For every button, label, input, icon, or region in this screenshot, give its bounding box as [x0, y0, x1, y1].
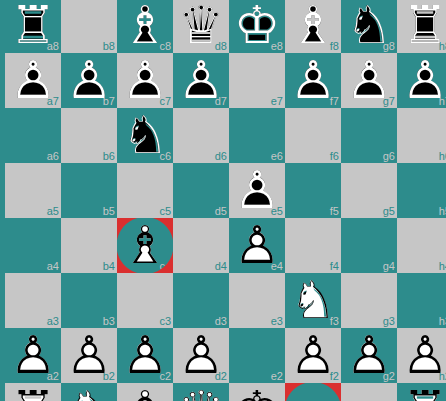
square-d1[interactable]: d1♛♕ [173, 383, 229, 401]
piece-outline-glyph: ♙ [285, 53, 341, 108]
square-a1[interactable]: a1♜♖ [5, 383, 61, 401]
black-rook[interactable]: ♜♖ [397, 0, 446, 53]
square-coordinate-label: d5 [215, 206, 227, 217]
square-b1[interactable]: b1♞♘ [61, 383, 117, 401]
piece-outline-glyph: ♙ [341, 53, 397, 108]
piece-outline-glyph: ♙ [229, 163, 285, 218]
square-f7[interactable]: f7♟♙ [285, 53, 341, 108]
white-pawn[interactable]: ♟♙ [117, 328, 173, 383]
square-a6[interactable]: a6 [5, 108, 61, 163]
piece-outline-glyph: ♙ [61, 53, 117, 108]
piece-outline-glyph: ♙ [117, 328, 173, 383]
piece-outline-glyph: ♙ [397, 328, 446, 383]
piece-outline-glyph: ♕ [173, 383, 229, 401]
square-coordinate-label: a6 [47, 151, 59, 162]
square-f3[interactable]: f3♞♘ [285, 273, 341, 328]
square-coordinate-label: h5 [439, 206, 446, 217]
square-e8[interactable]: e8♚♔ [229, 0, 285, 53]
square-coordinate-label: e7 [271, 96, 283, 107]
piece-outline-glyph: ♘ [61, 383, 117, 401]
piece-outline-glyph: ♔ [229, 0, 285, 53]
piece-outline-glyph: ♙ [5, 53, 61, 108]
square-coordinate-label: a5 [47, 206, 59, 217]
piece-outline-glyph: ♖ [397, 0, 446, 53]
piece-outline-glyph: ♙ [285, 328, 341, 383]
square-h7[interactable]: h7♟♙ [397, 53, 446, 108]
square-f5[interactable]: f5 [285, 163, 341, 218]
white-pawn[interactable]: ♟♙ [285, 328, 341, 383]
square-h1[interactable]: h1♜♖ [397, 383, 446, 401]
piece-outline-glyph: ♙ [5, 328, 61, 383]
square-b4[interactable]: b4 [61, 218, 117, 273]
black-pawn[interactable]: ♟♙ [117, 53, 173, 108]
square-d7[interactable]: d7♟♙ [173, 53, 229, 108]
white-pawn[interactable]: ♟♙ [397, 328, 446, 383]
black-rook[interactable]: ♜♖ [5, 0, 61, 53]
square-h5[interactable]: h5 [397, 163, 446, 218]
square-c2[interactable]: c2♟♙ [117, 328, 173, 383]
square-d8[interactable]: d8♛♕ [173, 0, 229, 53]
square-d4[interactable]: d4 [173, 218, 229, 273]
black-pawn[interactable]: ♟♙ [173, 53, 229, 108]
square-g8[interactable]: g8♞♘ [341, 0, 397, 53]
square-d6[interactable]: d6 [173, 108, 229, 163]
square-coordinate-label: g4 [383, 261, 395, 272]
square-e5[interactable]: e5♟♙ [229, 163, 285, 218]
square-c1[interactable]: c1♝♗ [117, 383, 173, 401]
black-knight[interactable]: ♞♘ [341, 0, 397, 53]
square-h4[interactable]: h4 [397, 218, 446, 273]
square-e3[interactable]: e3 [229, 273, 285, 328]
white-pawn[interactable]: ♟♙ [61, 328, 117, 383]
square-a8[interactable]: a8♜♖ [5, 0, 61, 53]
square-c6[interactable]: c6♞♘ [117, 108, 173, 163]
piece-outline-glyph: ♙ [229, 218, 285, 273]
square-c3[interactable]: c3 [117, 273, 173, 328]
square-a2[interactable]: a2♟♙ [5, 328, 61, 383]
square-d2[interactable]: d2♟♙ [173, 328, 229, 383]
chess-board: a8♜♖b8c8♝♗d8♛♕e8♚♔f8♝♗g8♞♘h8♜♖a7♟♙b7♟♙c7… [5, 0, 446, 401]
square-h8[interactable]: h8♜♖ [397, 0, 446, 53]
square-c4[interactable]: c4♝♗ [117, 218, 173, 273]
piece-outline-glyph: ♘ [117, 108, 173, 163]
last-move-highlight [285, 383, 341, 401]
square-coordinate-label: b6 [103, 151, 115, 162]
white-pawn[interactable]: ♟♙ [5, 328, 61, 383]
piece-outline-glyph: ♖ [397, 383, 446, 401]
square-e6[interactable]: e6 [229, 108, 285, 163]
square-g3[interactable]: g3 [341, 273, 397, 328]
square-c7[interactable]: c7♟♙ [117, 53, 173, 108]
piece-outline-glyph: ♗ [117, 383, 173, 401]
square-coordinate-label: d4 [215, 261, 227, 272]
piece-outline-glyph: ♙ [173, 53, 229, 108]
black-bishop[interactable]: ♝♗ [285, 0, 341, 53]
black-pawn[interactable]: ♟♙ [397, 53, 446, 108]
square-g2[interactable]: g2♟♙ [341, 328, 397, 383]
square-b7[interactable]: b7♟♙ [61, 53, 117, 108]
square-d3[interactable]: d3 [173, 273, 229, 328]
square-c5[interactable]: c5 [117, 163, 173, 218]
white-bishop[interactable]: ♝♗ [117, 218, 173, 273]
square-e1[interactable]: e1♚♔ [229, 383, 285, 401]
square-coordinate-label: h4 [439, 261, 446, 272]
piece-outline-glyph: ♗ [285, 0, 341, 53]
square-a5[interactable]: a5 [5, 163, 61, 218]
square-b3[interactable]: b3 [61, 273, 117, 328]
piece-outline-glyph: ♙ [173, 328, 229, 383]
square-b8[interactable]: b8 [61, 0, 117, 53]
square-coordinate-label: a4 [47, 261, 59, 272]
square-h6[interactable]: h6 [397, 108, 446, 163]
piece-outline-glyph: ♙ [61, 328, 117, 383]
square-coordinate-label: h6 [439, 151, 446, 162]
square-coordinate-label: f6 [330, 151, 339, 162]
piece-outline-glyph: ♖ [5, 0, 61, 53]
square-coordinate-label: e3 [271, 316, 283, 327]
square-g6[interactable]: g6 [341, 108, 397, 163]
square-g1[interactable]: g1 [341, 383, 397, 401]
white-knight[interactable]: ♞♘ [285, 273, 341, 328]
piece-outline-glyph: ♘ [285, 273, 341, 328]
square-b5[interactable]: b5 [61, 163, 117, 218]
piece-outline-glyph: ♗ [117, 218, 173, 273]
square-c8[interactable]: c8♝♗ [117, 0, 173, 53]
piece-outline-glyph: ♙ [117, 53, 173, 108]
black-pawn[interactable]: ♟♙ [229, 163, 285, 218]
white-queen[interactable]: ♛♕ [173, 383, 229, 401]
black-pawn[interactable]: ♟♙ [5, 53, 61, 108]
white-knight[interactable]: ♞♘ [61, 383, 117, 401]
square-b2[interactable]: b2♟♙ [61, 328, 117, 383]
black-pawn[interactable]: ♟♙ [61, 53, 117, 108]
white-king[interactable]: ♚♔ [229, 383, 285, 401]
white-pawn[interactable]: ♟♙ [229, 218, 285, 273]
square-coordinate-label: g6 [383, 151, 395, 162]
piece-outline-glyph: ♖ [5, 383, 61, 401]
square-f1[interactable]: f1 [285, 383, 341, 401]
square-coordinate-label: f5 [330, 206, 339, 217]
chess-app-window: { "game": "chess", "position": { "fen": … [0, 0, 446, 401]
white-pawn[interactable]: ♟♙ [341, 328, 397, 383]
black-queen[interactable]: ♛♕ [173, 0, 229, 53]
piece-outline-glyph: ♙ [397, 53, 446, 108]
square-f4[interactable]: f4 [285, 218, 341, 273]
square-h3[interactable]: h3 [397, 273, 446, 328]
square-a4[interactable]: a4 [5, 218, 61, 273]
square-a3[interactable]: a3 [5, 273, 61, 328]
black-king[interactable]: ♚♔ [229, 0, 285, 53]
white-rook[interactable]: ♜♖ [5, 383, 61, 401]
square-coordinate-label: b4 [103, 261, 115, 272]
square-e7[interactable]: e7 [229, 53, 285, 108]
black-knight[interactable]: ♞♘ [117, 108, 173, 163]
square-g5[interactable]: g5 [341, 163, 397, 218]
black-pawn[interactable]: ♟♙ [285, 53, 341, 108]
white-bishop[interactable]: ♝♗ [117, 383, 173, 401]
piece-outline-glyph: ♙ [341, 328, 397, 383]
white-rook[interactable]: ♜♖ [397, 383, 446, 401]
piece-outline-glyph: ♔ [229, 383, 285, 401]
square-f2[interactable]: f2♟♙ [285, 328, 341, 383]
square-g4[interactable]: g4 [341, 218, 397, 273]
black-bishop[interactable]: ♝♗ [117, 0, 173, 53]
piece-outline-glyph: ♗ [117, 0, 173, 53]
black-pawn[interactable]: ♟♙ [341, 53, 397, 108]
square-coordinate-label: g5 [383, 206, 395, 217]
square-f8[interactable]: f8♝♗ [285, 0, 341, 53]
square-e4[interactable]: e4♟♙ [229, 218, 285, 273]
square-a7[interactable]: a7♟♙ [5, 53, 61, 108]
square-g7[interactable]: g7♟♙ [341, 53, 397, 108]
square-f6[interactable]: f6 [285, 108, 341, 163]
square-h2[interactable]: h2♟♙ [397, 328, 446, 383]
square-e2[interactable]: e2 [229, 328, 285, 383]
square-coordinate-label: d6 [215, 151, 227, 162]
square-d5[interactable]: d5 [173, 163, 229, 218]
white-pawn[interactable]: ♟♙ [173, 328, 229, 383]
square-coordinate-label: b5 [103, 206, 115, 217]
piece-outline-glyph: ♕ [173, 0, 229, 53]
piece-outline-glyph: ♘ [341, 0, 397, 53]
square-b6[interactable]: b6 [61, 108, 117, 163]
